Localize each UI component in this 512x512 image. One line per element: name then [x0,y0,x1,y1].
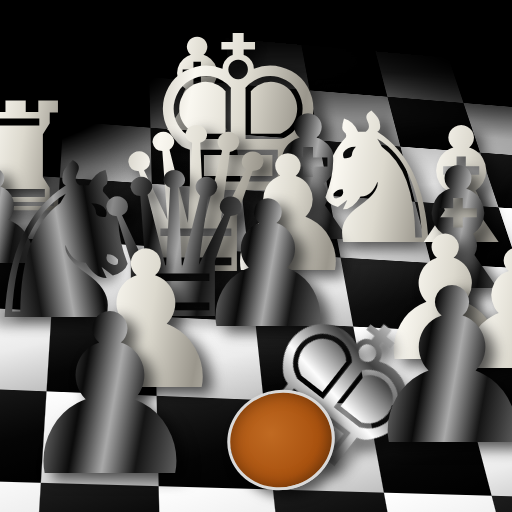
chess-scene: ♜♟♞♝♚♛♛♝♟♞♝♝♟♟♟♟♟♟♚ [0,0,512,512]
piece-black-pawn-f2[interactable]: ♟ [356,260,512,475]
pieces-layer: ♜♟♞♝♚♛♛♝♟♞♝♝♟♟♟♟♟♟♚ [0,0,512,512]
piece-black-pawn-c2[interactable]: ♟ [10,285,209,507]
